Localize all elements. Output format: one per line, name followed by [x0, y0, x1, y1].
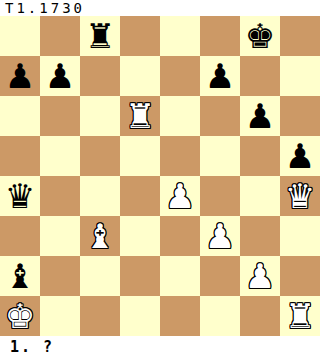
square-c8[interactable]: ♜ [80, 16, 120, 56]
square-f6[interactable] [200, 96, 240, 136]
square-b4[interactable] [40, 176, 80, 216]
square-e6[interactable] [160, 96, 200, 136]
piece-white-bishop[interactable]: ♝ [85, 219, 115, 253]
square-f1[interactable] [200, 296, 240, 336]
square-e7[interactable] [160, 56, 200, 96]
piece-white-king[interactable]: ♚ [5, 299, 35, 333]
piece-white-rook[interactable]: ♜ [285, 299, 315, 333]
square-b6[interactable] [40, 96, 80, 136]
square-h7[interactable] [280, 56, 320, 96]
square-h8[interactable] [280, 16, 320, 56]
square-c2[interactable] [80, 256, 120, 296]
square-d2[interactable] [120, 256, 160, 296]
square-g1[interactable] [240, 296, 280, 336]
square-d5[interactable] [120, 136, 160, 176]
chess-board: ♜♚♟♟♟♜♟♟♛♟♛♝♟♝♟♚♜ [0, 16, 320, 336]
square-d6[interactable]: ♜ [120, 96, 160, 136]
square-e3[interactable] [160, 216, 200, 256]
piece-white-pawn[interactable]: ♟ [245, 259, 275, 293]
square-c5[interactable] [80, 136, 120, 176]
piece-black-bishop[interactable]: ♝ [5, 259, 35, 293]
square-e8[interactable] [160, 16, 200, 56]
square-e2[interactable] [160, 256, 200, 296]
square-a5[interactable] [0, 136, 40, 176]
square-f8[interactable] [200, 16, 240, 56]
square-d8[interactable] [120, 16, 160, 56]
square-d4[interactable] [120, 176, 160, 216]
square-b8[interactable] [40, 16, 80, 56]
square-c7[interactable] [80, 56, 120, 96]
square-g8[interactable]: ♚ [240, 16, 280, 56]
square-g2[interactable]: ♟ [240, 256, 280, 296]
piece-black-queen[interactable]: ♛ [5, 179, 35, 213]
square-a6[interactable] [0, 96, 40, 136]
square-b3[interactable] [40, 216, 80, 256]
piece-white-queen[interactable]: ♛ [285, 179, 315, 213]
square-f7[interactable]: ♟ [200, 56, 240, 96]
piece-black-king[interactable]: ♚ [245, 19, 275, 53]
square-a7[interactable]: ♟ [0, 56, 40, 96]
square-e5[interactable] [160, 136, 200, 176]
square-d3[interactable] [120, 216, 160, 256]
square-a3[interactable] [0, 216, 40, 256]
square-g7[interactable] [240, 56, 280, 96]
square-h1[interactable]: ♜ [280, 296, 320, 336]
piece-black-pawn[interactable]: ♟ [5, 59, 35, 93]
square-e1[interactable] [160, 296, 200, 336]
square-a8[interactable] [0, 16, 40, 56]
square-d1[interactable] [120, 296, 160, 336]
square-h4[interactable]: ♛ [280, 176, 320, 216]
square-f4[interactable] [200, 176, 240, 216]
square-c6[interactable] [80, 96, 120, 136]
piece-white-pawn[interactable]: ♟ [205, 219, 235, 253]
piece-black-pawn[interactable]: ♟ [245, 99, 275, 133]
square-h2[interactable] [280, 256, 320, 296]
square-c4[interactable] [80, 176, 120, 216]
piece-black-pawn[interactable]: ♟ [285, 139, 315, 173]
square-c3[interactable]: ♝ [80, 216, 120, 256]
square-b5[interactable] [40, 136, 80, 176]
square-c1[interactable] [80, 296, 120, 336]
square-b1[interactable] [40, 296, 80, 336]
piece-black-pawn[interactable]: ♟ [205, 59, 235, 93]
square-d7[interactable] [120, 56, 160, 96]
piece-black-rook[interactable]: ♜ [85, 19, 115, 53]
square-e4[interactable]: ♟ [160, 176, 200, 216]
chess-puzzle-app: T1.1730 ♜♚♟♟♟♜♟♟♛♟♛♝♟♝♟♚♜ 1. ? [0, 0, 320, 360]
square-a2[interactable]: ♝ [0, 256, 40, 296]
piece-white-rook[interactable]: ♜ [125, 99, 155, 133]
square-f5[interactable] [200, 136, 240, 176]
piece-white-pawn[interactable]: ♟ [165, 179, 195, 213]
square-g3[interactable] [240, 216, 280, 256]
square-f3[interactable]: ♟ [200, 216, 240, 256]
puzzle-title: T1.1730 [0, 0, 320, 16]
square-g5[interactable] [240, 136, 280, 176]
square-h3[interactable] [280, 216, 320, 256]
square-a1[interactable]: ♚ [0, 296, 40, 336]
square-g6[interactable]: ♟ [240, 96, 280, 136]
square-h5[interactable]: ♟ [280, 136, 320, 176]
square-h6[interactable] [280, 96, 320, 136]
square-a4[interactable]: ♛ [0, 176, 40, 216]
square-b7[interactable]: ♟ [40, 56, 80, 96]
piece-black-pawn[interactable]: ♟ [45, 59, 75, 93]
square-f2[interactable] [200, 256, 240, 296]
square-b2[interactable] [40, 256, 80, 296]
move-prompt: 1. ? [0, 336, 320, 360]
square-g4[interactable] [240, 176, 280, 216]
